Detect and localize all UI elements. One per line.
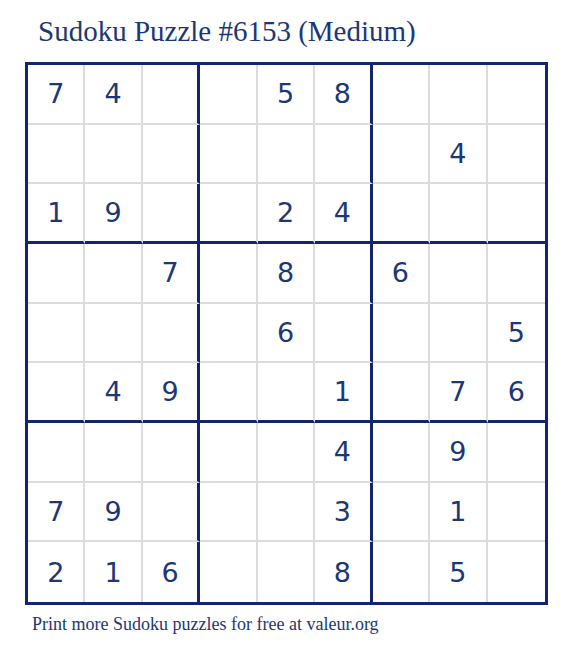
sudoku-cell: 4 bbox=[85, 65, 142, 125]
sudoku-cell bbox=[143, 304, 200, 364]
footer-text: Print more Sudoku puzzles for free at va… bbox=[32, 612, 379, 636]
sudoku-cell bbox=[143, 65, 200, 125]
sudoku-cell: 2 bbox=[28, 542, 85, 602]
sudoku-cell bbox=[315, 304, 372, 364]
sudoku-cell: 6 bbox=[488, 363, 545, 423]
sudoku-cell bbox=[373, 125, 430, 185]
sudoku-cell bbox=[488, 244, 545, 304]
sudoku-cell bbox=[258, 542, 315, 602]
sudoku-cell: 6 bbox=[373, 244, 430, 304]
sudoku-cell: 9 bbox=[85, 184, 142, 244]
sudoku-cell: 5 bbox=[488, 304, 545, 364]
sudoku-cell bbox=[85, 304, 142, 364]
sudoku-cell bbox=[373, 542, 430, 602]
sudoku-cell: 8 bbox=[315, 65, 372, 125]
sudoku-cell: 6 bbox=[258, 304, 315, 364]
sudoku-cell bbox=[200, 125, 257, 185]
sudoku-cell: 1 bbox=[28, 184, 85, 244]
sudoku-cell: 9 bbox=[85, 483, 142, 543]
sudoku-cell bbox=[488, 184, 545, 244]
sudoku-cell bbox=[430, 304, 487, 364]
sudoku-cell bbox=[488, 125, 545, 185]
sudoku-cell: 1 bbox=[430, 483, 487, 543]
sudoku-cell bbox=[430, 244, 487, 304]
sudoku-cell: 5 bbox=[258, 65, 315, 125]
sudoku-cell bbox=[200, 65, 257, 125]
sudoku-cell bbox=[143, 125, 200, 185]
sudoku-cell bbox=[488, 423, 545, 483]
sudoku-cell bbox=[28, 363, 85, 423]
sudoku-page: Sudoku Puzzle #6153 (Medium) 74584192478… bbox=[0, 0, 574, 651]
sudoku-cell bbox=[488, 542, 545, 602]
sudoku-cell: 9 bbox=[430, 423, 487, 483]
sudoku-cell: 8 bbox=[315, 542, 372, 602]
sudoku-cell bbox=[258, 363, 315, 423]
sudoku-cell: 1 bbox=[315, 363, 372, 423]
sudoku-cell bbox=[373, 483, 430, 543]
sudoku-cell bbox=[258, 125, 315, 185]
sudoku-cell bbox=[430, 65, 487, 125]
sudoku-cell bbox=[200, 483, 257, 543]
sudoku-cell bbox=[143, 184, 200, 244]
sudoku-cell bbox=[28, 125, 85, 185]
sudoku-cell: 6 bbox=[143, 542, 200, 602]
sudoku-cell: 4 bbox=[315, 184, 372, 244]
sudoku-cell bbox=[28, 304, 85, 364]
sudoku-cell bbox=[28, 423, 85, 483]
sudoku-cell: 4 bbox=[85, 363, 142, 423]
sudoku-cell: 5 bbox=[430, 542, 487, 602]
sudoku-cell bbox=[200, 244, 257, 304]
sudoku-cell bbox=[373, 423, 430, 483]
sudoku-cell: 7 bbox=[430, 363, 487, 423]
sudoku-cell: 1 bbox=[85, 542, 142, 602]
sudoku-cell: 3 bbox=[315, 483, 372, 543]
sudoku-cell: 7 bbox=[143, 244, 200, 304]
sudoku-cell: 7 bbox=[28, 65, 85, 125]
sudoku-cell bbox=[200, 184, 257, 244]
sudoku-cell bbox=[200, 542, 257, 602]
sudoku-cell bbox=[315, 244, 372, 304]
sudoku-cell bbox=[85, 423, 142, 483]
sudoku-cell: 7 bbox=[28, 483, 85, 543]
sudoku-cell bbox=[488, 65, 545, 125]
sudoku-cell bbox=[373, 304, 430, 364]
sudoku-cell bbox=[373, 363, 430, 423]
sudoku-board: 745841924786654917649793121685 bbox=[25, 62, 548, 605]
page-title: Sudoku Puzzle #6153 (Medium) bbox=[38, 12, 416, 50]
sudoku-cell bbox=[143, 483, 200, 543]
sudoku-cell bbox=[258, 423, 315, 483]
sudoku-cell: 4 bbox=[315, 423, 372, 483]
sudoku-cell: 4 bbox=[430, 125, 487, 185]
sudoku-cell bbox=[143, 423, 200, 483]
sudoku-cell bbox=[488, 483, 545, 543]
sudoku-cell bbox=[200, 304, 257, 364]
sudoku-cell bbox=[258, 483, 315, 543]
sudoku-cell bbox=[430, 184, 487, 244]
sudoku-cell bbox=[200, 423, 257, 483]
sudoku-cell bbox=[315, 125, 372, 185]
sudoku-cell bbox=[85, 244, 142, 304]
sudoku-cell bbox=[373, 184, 430, 244]
sudoku-cell: 9 bbox=[143, 363, 200, 423]
sudoku-cell bbox=[373, 65, 430, 125]
sudoku-cell bbox=[28, 244, 85, 304]
sudoku-cell: 8 bbox=[258, 244, 315, 304]
sudoku-cell: 2 bbox=[258, 184, 315, 244]
sudoku-cell bbox=[85, 125, 142, 185]
sudoku-cell bbox=[200, 363, 257, 423]
